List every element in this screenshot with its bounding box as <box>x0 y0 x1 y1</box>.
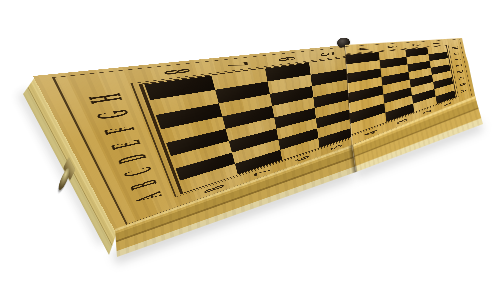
file-label: A <box>459 88 468 93</box>
rank-label: 7 <box>222 61 253 68</box>
file-label: C <box>457 76 466 81</box>
rank-label: 1 <box>431 42 441 44</box>
chessboard-product-photo: 88776655HGFEDCBA 44332211HGFEDCBA <box>0 0 500 298</box>
file-label: A <box>128 189 167 205</box>
file-label: E <box>454 64 463 68</box>
file-label: F <box>453 58 462 61</box>
rank-label: 6 <box>274 56 299 62</box>
file-label: E <box>102 138 146 153</box>
rank-label: 3 <box>385 45 400 48</box>
file-label: D <box>109 151 152 166</box>
file-label: G <box>87 108 135 122</box>
file-label: C <box>116 164 157 180</box>
file-label: B <box>458 82 467 87</box>
file-label: F <box>95 123 140 137</box>
rank-label: 4 <box>353 47 371 51</box>
rank-label: 2 <box>410 44 422 47</box>
file-label: H <box>450 46 459 49</box>
rank-label: 5 <box>317 51 338 57</box>
file-label: D <box>455 70 464 74</box>
file-label: H <box>79 92 129 106</box>
file-label: G <box>452 52 461 56</box>
rank-label: 8 <box>157 67 196 76</box>
